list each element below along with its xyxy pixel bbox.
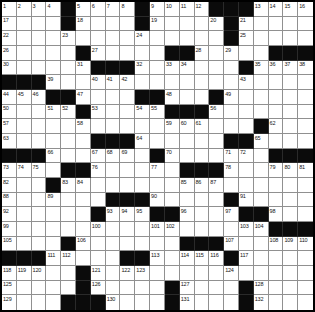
white-cell[interactable] (120, 90, 135, 105)
white-cell[interactable]: 30 (2, 61, 17, 76)
white-cell[interactable] (224, 75, 239, 90)
white-cell[interactable]: 66 (46, 149, 61, 164)
white-cell[interactable] (165, 17, 180, 32)
white-cell[interactable] (298, 134, 313, 149)
white-cell[interactable]: 43 (239, 75, 254, 90)
white-cell[interactable] (61, 46, 76, 61)
white-cell[interactable] (180, 266, 195, 281)
white-cell[interactable] (46, 119, 61, 134)
white-cell[interactable]: 122 (120, 266, 135, 281)
white-cell[interactable]: 67 (91, 149, 106, 164)
white-cell[interactable] (106, 163, 121, 178)
white-cell[interactable]: 33 (165, 61, 180, 76)
white-cell[interactable] (120, 119, 135, 134)
white-cell[interactable]: 14 (269, 2, 284, 17)
white-cell[interactable]: 38 (298, 61, 313, 76)
white-cell[interactable] (165, 251, 180, 266)
white-cell[interactable] (209, 266, 224, 281)
white-cell[interactable] (165, 178, 180, 193)
white-cell[interactable]: 109 (283, 237, 298, 252)
white-cell[interactable] (239, 266, 254, 281)
white-cell[interactable] (46, 61, 61, 76)
white-cell[interactable] (17, 281, 32, 296)
white-cell[interactable] (150, 178, 165, 193)
white-cell[interactable] (239, 237, 254, 252)
white-cell[interactable] (106, 237, 121, 252)
white-cell[interactable] (165, 266, 180, 281)
white-cell[interactable]: 1 (2, 2, 17, 17)
white-cell[interactable] (165, 75, 180, 90)
white-cell[interactable]: 63 (2, 134, 17, 149)
white-cell[interactable]: 105 (2, 237, 17, 252)
white-cell[interactable] (269, 134, 284, 149)
white-cell[interactable] (283, 31, 298, 46)
white-cell[interactable] (195, 75, 210, 90)
white-cell[interactable]: 74 (17, 163, 32, 178)
white-cell[interactable]: 108 (269, 237, 284, 252)
white-cell[interactable] (61, 134, 76, 149)
white-cell[interactable] (224, 119, 239, 134)
white-cell[interactable] (120, 163, 135, 178)
white-cell[interactable]: 85 (180, 178, 195, 193)
white-cell[interactable]: 6 (91, 2, 106, 17)
white-cell[interactable] (17, 134, 32, 149)
white-cell[interactable] (150, 295, 165, 310)
white-cell[interactable] (76, 75, 91, 90)
white-cell[interactable]: 22 (2, 31, 17, 46)
white-cell[interactable]: 39 (46, 75, 61, 90)
white-cell[interactable]: 84 (76, 178, 91, 193)
white-cell[interactable]: 20 (209, 17, 224, 32)
white-cell[interactable] (283, 105, 298, 120)
white-cell[interactable] (150, 119, 165, 134)
white-cell[interactable]: 41 (106, 75, 121, 90)
white-cell[interactable] (224, 105, 239, 120)
white-cell[interactable] (254, 251, 269, 266)
white-cell[interactable] (61, 193, 76, 208)
white-cell[interactable] (135, 222, 150, 237)
white-cell[interactable] (150, 134, 165, 149)
white-cell[interactable] (254, 17, 269, 32)
white-cell[interactable] (239, 163, 254, 178)
white-cell[interactable] (61, 207, 76, 222)
white-cell[interactable]: 117 (239, 251, 254, 266)
white-cell[interactable] (91, 193, 106, 208)
white-cell[interactable] (32, 105, 47, 120)
white-cell[interactable]: 94 (120, 207, 135, 222)
white-cell[interactable]: 56 (209, 105, 224, 120)
white-cell[interactable] (17, 222, 32, 237)
white-cell[interactable] (150, 46, 165, 61)
white-cell[interactable] (120, 295, 135, 310)
white-cell[interactable]: 46 (32, 90, 47, 105)
white-cell[interactable] (269, 266, 284, 281)
white-cell[interactable]: 24 (135, 31, 150, 46)
white-cell[interactable]: 87 (209, 178, 224, 193)
white-cell[interactable] (135, 178, 150, 193)
white-cell[interactable]: 55 (150, 105, 165, 120)
white-cell[interactable] (195, 149, 210, 164)
white-cell[interactable] (76, 193, 91, 208)
white-cell[interactable] (120, 17, 135, 32)
white-cell[interactable]: 72 (239, 149, 254, 164)
white-cell[interactable] (61, 149, 76, 164)
white-cell[interactable]: 124 (224, 266, 239, 281)
white-cell[interactable] (46, 46, 61, 61)
white-cell[interactable]: 13 (254, 2, 269, 17)
white-cell[interactable] (46, 17, 61, 32)
white-cell[interactable] (91, 237, 106, 252)
white-cell[interactable]: 130 (106, 295, 121, 310)
white-cell[interactable] (150, 266, 165, 281)
white-cell[interactable] (17, 17, 32, 32)
white-cell[interactable] (120, 281, 135, 296)
white-cell[interactable]: 120 (32, 266, 47, 281)
white-cell[interactable] (32, 46, 47, 61)
white-cell[interactable] (17, 31, 32, 46)
white-cell[interactable]: 27 (91, 46, 106, 61)
white-cell[interactable]: 25 (239, 31, 254, 46)
white-cell[interactable] (32, 281, 47, 296)
white-cell[interactable] (269, 105, 284, 120)
white-cell[interactable] (254, 237, 269, 252)
white-cell[interactable] (239, 90, 254, 105)
white-cell[interactable] (165, 193, 180, 208)
white-cell[interactable]: 10 (165, 2, 180, 17)
white-cell[interactable]: 79 (269, 163, 284, 178)
white-cell[interactable]: 31 (76, 61, 91, 76)
white-cell[interactable] (254, 90, 269, 105)
white-cell[interactable] (224, 295, 239, 310)
white-cell[interactable] (209, 281, 224, 296)
white-cell[interactable] (17, 46, 32, 61)
white-cell[interactable]: 106 (76, 237, 91, 252)
white-cell[interactable]: 78 (224, 163, 239, 178)
white-cell[interactable] (106, 119, 121, 134)
white-cell[interactable] (283, 193, 298, 208)
white-cell[interactable] (76, 149, 91, 164)
white-cell[interactable] (165, 237, 180, 252)
white-cell[interactable] (46, 163, 61, 178)
white-cell[interactable] (17, 178, 32, 193)
white-cell[interactable] (283, 75, 298, 90)
white-cell[interactable] (91, 178, 106, 193)
white-cell[interactable] (135, 119, 150, 134)
white-cell[interactable]: 75 (32, 163, 47, 178)
white-cell[interactable] (269, 31, 284, 46)
white-cell[interactable] (106, 178, 121, 193)
white-cell[interactable] (32, 119, 47, 134)
white-cell[interactable] (61, 266, 76, 281)
white-cell[interactable] (150, 31, 165, 46)
white-cell[interactable]: 129 (2, 295, 17, 310)
white-cell[interactable] (61, 119, 76, 134)
white-cell[interactable]: 21 (239, 17, 254, 32)
white-cell[interactable]: 11 (180, 2, 195, 17)
white-cell[interactable] (298, 251, 313, 266)
white-cell[interactable] (269, 193, 284, 208)
white-cell[interactable] (76, 134, 91, 149)
white-cell[interactable]: 5 (76, 2, 91, 17)
white-cell[interactable]: 32 (135, 61, 150, 76)
white-cell[interactable]: 121 (91, 266, 106, 281)
white-cell[interactable] (298, 119, 313, 134)
white-cell[interactable]: 51 (46, 105, 61, 120)
white-cell[interactable] (254, 105, 269, 120)
white-cell[interactable] (269, 90, 284, 105)
white-cell[interactable] (135, 46, 150, 61)
white-cell[interactable]: 90 (150, 193, 165, 208)
white-cell[interactable] (254, 149, 269, 164)
white-cell[interactable] (298, 266, 313, 281)
white-cell[interactable]: 127 (180, 281, 195, 296)
white-cell[interactable] (283, 281, 298, 296)
white-cell[interactable]: 36 (269, 61, 284, 76)
white-cell[interactable]: 81 (298, 163, 313, 178)
white-cell[interactable] (17, 193, 32, 208)
white-cell[interactable] (135, 237, 150, 252)
white-cell[interactable] (135, 163, 150, 178)
white-cell[interactable] (239, 178, 254, 193)
white-cell[interactable] (91, 31, 106, 46)
white-cell[interactable] (224, 178, 239, 193)
white-cell[interactable] (165, 134, 180, 149)
white-cell[interactable] (61, 222, 76, 237)
white-cell[interactable] (46, 222, 61, 237)
white-cell[interactable]: 110 (298, 237, 313, 252)
white-cell[interactable] (180, 149, 195, 164)
white-cell[interactable] (209, 31, 224, 46)
white-cell[interactable]: 116 (209, 251, 224, 266)
white-cell[interactable] (180, 75, 195, 90)
white-cell[interactable]: 111 (46, 251, 61, 266)
white-cell[interactable] (180, 17, 195, 32)
white-cell[interactable]: 123 (135, 266, 150, 281)
white-cell[interactable]: 98 (269, 207, 284, 222)
white-cell[interactable]: 107 (224, 237, 239, 252)
white-cell[interactable] (165, 31, 180, 46)
white-cell[interactable] (106, 281, 121, 296)
white-cell[interactable] (17, 119, 32, 134)
white-cell[interactable] (106, 105, 121, 120)
white-cell[interactable] (91, 251, 106, 266)
white-cell[interactable] (32, 17, 47, 32)
white-cell[interactable]: 104 (254, 222, 269, 237)
white-cell[interactable] (32, 207, 47, 222)
white-cell[interactable]: 69 (120, 149, 135, 164)
white-cell[interactable] (32, 237, 47, 252)
white-cell[interactable]: 23 (61, 31, 76, 46)
white-cell[interactable] (120, 237, 135, 252)
white-cell[interactable]: 44 (2, 90, 17, 105)
white-cell[interactable]: 48 (165, 90, 180, 105)
white-cell[interactable] (298, 105, 313, 120)
white-cell[interactable]: 16 (298, 2, 313, 17)
white-cell[interactable] (298, 90, 313, 105)
white-cell[interactable] (283, 207, 298, 222)
white-cell[interactable] (61, 75, 76, 90)
white-cell[interactable]: 60 (180, 119, 195, 134)
white-cell[interactable]: 91 (239, 193, 254, 208)
white-cell[interactable] (209, 75, 224, 90)
white-cell[interactable]: 99 (2, 222, 17, 237)
white-cell[interactable]: 118 (2, 266, 17, 281)
white-cell[interactable]: 57 (2, 119, 17, 134)
white-cell[interactable] (180, 90, 195, 105)
white-cell[interactable] (106, 46, 121, 61)
white-cell[interactable] (106, 90, 121, 105)
white-cell[interactable] (165, 163, 180, 178)
white-cell[interactable] (298, 295, 313, 310)
white-cell[interactable] (209, 134, 224, 149)
white-cell[interactable]: 101 (150, 222, 165, 237)
white-cell[interactable] (32, 134, 47, 149)
white-cell[interactable] (195, 193, 210, 208)
white-cell[interactable] (61, 281, 76, 296)
white-cell[interactable]: 15 (283, 2, 298, 17)
white-cell[interactable]: 68 (106, 149, 121, 164)
white-cell[interactable] (32, 222, 47, 237)
white-cell[interactable] (224, 222, 239, 237)
white-cell[interactable]: 9 (150, 2, 165, 17)
white-cell[interactable] (224, 61, 239, 76)
white-cell[interactable]: 3 (32, 2, 47, 17)
white-cell[interactable]: 114 (180, 251, 195, 266)
white-cell[interactable] (283, 119, 298, 134)
white-cell[interactable] (209, 207, 224, 222)
white-cell[interactable] (298, 207, 313, 222)
white-cell[interactable]: 102 (165, 222, 180, 237)
white-cell[interactable] (239, 119, 254, 134)
white-cell[interactable] (120, 105, 135, 120)
white-cell[interactable]: 42 (120, 75, 135, 90)
white-cell[interactable] (17, 295, 32, 310)
white-cell[interactable] (17, 61, 32, 76)
white-cell[interactable] (46, 266, 61, 281)
white-cell[interactable]: 7 (106, 2, 121, 17)
white-cell[interactable] (195, 266, 210, 281)
white-cell[interactable]: 61 (195, 119, 210, 134)
white-cell[interactable] (76, 31, 91, 46)
white-cell[interactable] (269, 281, 284, 296)
white-cell[interactable]: 97 (224, 207, 239, 222)
white-cell[interactable] (46, 31, 61, 46)
white-cell[interactable] (254, 266, 269, 281)
white-cell[interactable]: 35 (254, 61, 269, 76)
white-cell[interactable]: 50 (2, 105, 17, 120)
white-cell[interactable] (106, 266, 121, 281)
white-cell[interactable] (195, 134, 210, 149)
white-cell[interactable]: 59 (165, 119, 180, 134)
white-cell[interactable] (239, 105, 254, 120)
white-cell[interactable] (180, 193, 195, 208)
white-cell[interactable] (269, 17, 284, 32)
white-cell[interactable]: 4 (46, 2, 61, 17)
white-cell[interactable]: 88 (2, 193, 17, 208)
white-cell[interactable] (120, 31, 135, 46)
white-cell[interactable] (91, 90, 106, 105)
white-cell[interactable] (180, 31, 195, 46)
white-cell[interactable]: 86 (195, 178, 210, 193)
white-cell[interactable]: 92 (2, 207, 17, 222)
white-cell[interactable] (298, 178, 313, 193)
white-cell[interactable] (76, 222, 91, 237)
white-cell[interactable]: 58 (76, 119, 91, 134)
white-cell[interactable] (106, 31, 121, 46)
white-cell[interactable]: 80 (283, 163, 298, 178)
white-cell[interactable]: 2 (17, 2, 32, 17)
white-cell[interactable]: 28 (195, 46, 210, 61)
white-cell[interactable] (283, 90, 298, 105)
white-cell[interactable] (61, 61, 76, 76)
white-cell[interactable] (135, 75, 150, 90)
white-cell[interactable] (254, 75, 269, 90)
white-cell[interactable]: 126 (91, 281, 106, 296)
white-cell[interactable]: 132 (254, 295, 269, 310)
white-cell[interactable]: 26 (2, 46, 17, 61)
white-cell[interactable] (209, 193, 224, 208)
white-cell[interactable] (150, 281, 165, 296)
white-cell[interactable]: 64 (135, 134, 150, 149)
white-cell[interactable] (209, 119, 224, 134)
white-cell[interactable] (209, 295, 224, 310)
white-cell[interactable]: 71 (224, 149, 239, 164)
white-cell[interactable]: 103 (239, 222, 254, 237)
white-cell[interactable] (209, 61, 224, 76)
white-cell[interactable] (298, 281, 313, 296)
white-cell[interactable]: 49 (224, 90, 239, 105)
white-cell[interactable]: 128 (254, 281, 269, 296)
white-cell[interactable] (120, 178, 135, 193)
white-cell[interactable] (76, 251, 91, 266)
white-cell[interactable] (135, 149, 150, 164)
white-cell[interactable] (269, 251, 284, 266)
white-cell[interactable] (195, 295, 210, 310)
white-cell[interactable] (283, 251, 298, 266)
white-cell[interactable] (298, 17, 313, 32)
white-cell[interactable] (195, 90, 210, 105)
white-cell[interactable]: 77 (150, 163, 165, 178)
white-cell[interactable] (46, 281, 61, 296)
white-cell[interactable] (135, 281, 150, 296)
white-cell[interactable] (150, 61, 165, 76)
white-cell[interactable]: 8 (120, 2, 135, 17)
white-cell[interactable]: 37 (283, 61, 298, 76)
white-cell[interactable]: 89 (46, 193, 61, 208)
white-cell[interactable]: 113 (150, 251, 165, 266)
white-cell[interactable] (298, 193, 313, 208)
white-cell[interactable] (269, 295, 284, 310)
white-cell[interactable] (91, 17, 106, 32)
white-cell[interactable] (46, 207, 61, 222)
white-cell[interactable] (106, 222, 121, 237)
white-cell[interactable]: 18 (76, 17, 91, 32)
white-cell[interactable]: 93 (106, 207, 121, 222)
white-cell[interactable] (106, 17, 121, 32)
white-cell[interactable] (150, 75, 165, 90)
white-cell[interactable] (46, 237, 61, 252)
white-cell[interactable] (224, 281, 239, 296)
white-cell[interactable]: 54 (135, 105, 150, 120)
white-cell[interactable]: 83 (61, 178, 76, 193)
white-cell[interactable] (195, 281, 210, 296)
white-cell[interactable] (209, 46, 224, 61)
white-cell[interactable] (195, 222, 210, 237)
white-cell[interactable] (254, 178, 269, 193)
white-cell[interactable]: 52 (61, 105, 76, 120)
white-cell[interactable]: 34 (180, 61, 195, 76)
white-cell[interactable] (32, 31, 47, 46)
